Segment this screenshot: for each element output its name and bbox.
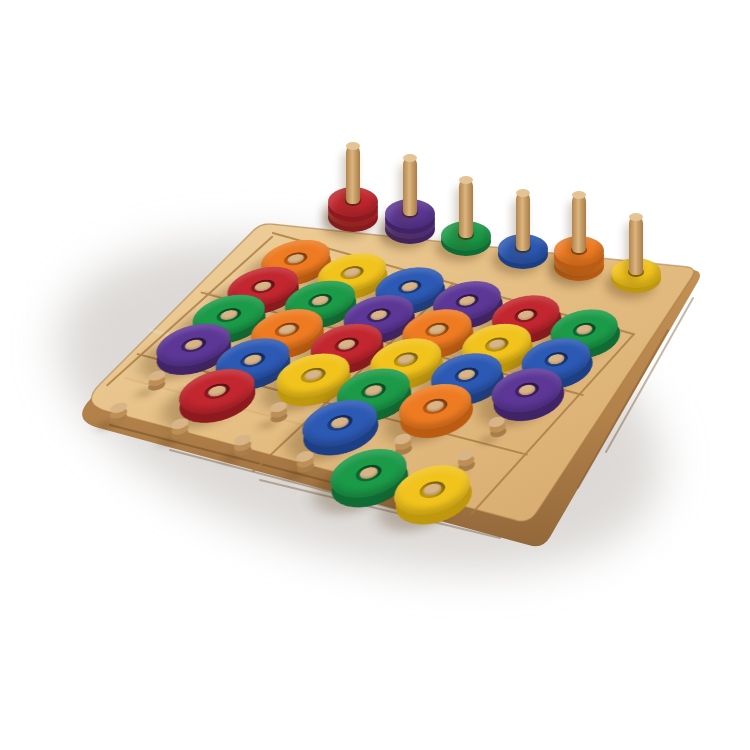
ring-hole	[540, 350, 572, 368]
ring-hole	[270, 321, 304, 339]
ring-hole	[176, 336, 211, 354]
peg-top	[328, 416, 353, 430]
empty-peg[interactable]	[168, 417, 192, 430]
ring-hole	[330, 336, 363, 354]
ring-hole	[246, 278, 279, 295]
ring-hole	[394, 278, 426, 295]
ring-hole	[389, 351, 422, 369]
peg-top	[398, 281, 421, 293]
empty-peg[interactable]	[486, 416, 508, 429]
ring-hole	[323, 413, 358, 433]
ring-hole	[415, 479, 450, 500]
peg-top	[545, 353, 568, 366]
peg-top	[301, 369, 325, 382]
peg-top	[241, 353, 265, 366]
peg-top	[205, 384, 230, 398]
peg-top	[341, 267, 364, 279]
ring-hole	[199, 382, 235, 401]
peg-top	[423, 399, 447, 413]
peg-top	[181, 338, 206, 351]
peg-top	[367, 309, 390, 321]
ring-hole	[421, 321, 453, 339]
peg-top	[455, 368, 478, 381]
peg-top	[217, 309, 241, 321]
peg-top	[573, 324, 595, 336]
empty-peg[interactable]	[267, 401, 290, 414]
peg-top	[629, 213, 643, 221]
ring-hole	[357, 381, 391, 400]
peg-top	[284, 253, 307, 265]
peg-top	[275, 323, 299, 336]
peg-top	[456, 295, 478, 307]
peg-top	[394, 353, 418, 366]
ring-hole	[279, 251, 311, 267]
ring-hole	[336, 264, 368, 281]
empty-peg[interactable]	[391, 432, 414, 445]
peg-top	[426, 324, 449, 337]
peg-top	[356, 466, 381, 481]
ring-hole	[296, 366, 330, 385]
empty-peg[interactable]	[454, 448, 477, 461]
peg-top	[485, 338, 508, 351]
rail-peg-6[interactable]	[629, 216, 643, 275]
ring-hole	[510, 307, 541, 324]
ring-hole	[569, 321, 600, 339]
ring-hole	[451, 292, 483, 309]
peg-top	[251, 280, 274, 292]
peg-top	[514, 309, 536, 321]
peg-top	[335, 338, 359, 351]
empty-peg[interactable]	[145, 369, 169, 382]
empty-peg[interactable]	[230, 433, 254, 446]
ring-hole	[304, 292, 337, 309]
wooden-sudoku-board-photo	[0, 0, 750, 750]
peg-top	[309, 295, 332, 307]
peg-top	[362, 384, 386, 397]
ring-hole	[511, 381, 544, 400]
ring-hole	[480, 336, 512, 354]
ring-hole	[362, 306, 395, 323]
peg-top	[516, 383, 539, 396]
empty-peg[interactable]	[293, 450, 317, 464]
ring-hole	[418, 397, 452, 416]
ring-hole	[236, 351, 271, 369]
ring-hole	[212, 306, 246, 324]
ring-hole	[450, 366, 483, 385]
ring-hole	[351, 463, 387, 484]
peg-top	[420, 482, 445, 497]
empty-peg[interactable]	[106, 401, 131, 414]
